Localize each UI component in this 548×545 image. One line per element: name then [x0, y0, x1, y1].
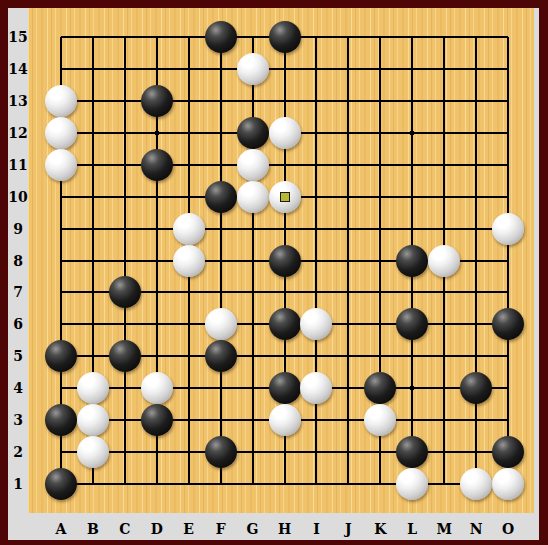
row-label-2: 2	[8, 442, 28, 462]
black-stone-H8	[269, 245, 301, 277]
black-stone-H6	[269, 308, 301, 340]
row-label-13: 13	[8, 91, 28, 111]
row-label-11: 11	[8, 155, 28, 175]
black-stone-O2	[492, 436, 524, 468]
row-label-3: 3	[8, 410, 28, 430]
column-label-L: L	[402, 519, 422, 539]
row-label-4: 4	[8, 378, 28, 398]
last-move-marker	[280, 192, 290, 202]
black-stone-H4	[269, 372, 301, 404]
black-stone-C5	[109, 340, 141, 372]
black-stone-D11	[141, 149, 173, 181]
column-label-N: N	[466, 519, 486, 539]
white-stone-B4	[77, 372, 109, 404]
star-point-L12	[410, 131, 414, 135]
white-stone-G11	[237, 149, 269, 181]
white-stone-O9	[492, 213, 524, 245]
column-label-D: D	[147, 519, 167, 539]
white-stone-D4	[141, 372, 173, 404]
white-stone-M8	[428, 245, 460, 277]
black-stone-F15	[205, 21, 237, 53]
row-label-7: 7	[8, 282, 28, 302]
row-label-12: 12	[8, 123, 28, 143]
column-label-J: J	[338, 519, 358, 539]
go-board[interactable]	[28, 8, 534, 513]
white-stone-A13	[45, 85, 77, 117]
column-label-K: K	[370, 519, 390, 539]
black-stone-H15	[269, 21, 301, 53]
white-stone-E9	[173, 213, 205, 245]
row-label-1: 1	[8, 474, 28, 494]
white-stone-B2	[77, 436, 109, 468]
black-stone-G12	[237, 117, 269, 149]
white-stone-G10	[237, 181, 269, 213]
column-label-A: A	[51, 519, 71, 539]
black-stone-A3	[45, 404, 77, 436]
column-label-E: E	[179, 519, 199, 539]
white-stone-A11	[45, 149, 77, 181]
column-label-M: M	[434, 519, 454, 539]
column-label-I: I	[306, 519, 326, 539]
row-label-8: 8	[8, 251, 28, 271]
column-label-H: H	[275, 519, 295, 539]
row-label-15: 15	[8, 27, 28, 47]
coordinate-gutter: 151413121110987654321 ABCDEFGHIJKLMNO	[8, 8, 539, 540]
black-stone-D13	[141, 85, 173, 117]
column-label-O: O	[498, 519, 518, 539]
white-stone-H12	[269, 117, 301, 149]
column-label-C: C	[115, 519, 135, 539]
white-stone-F6	[205, 308, 237, 340]
star-point-D12	[155, 131, 159, 135]
star-point-L4	[410, 386, 414, 390]
row-label-6: 6	[8, 314, 28, 334]
black-stone-D3	[141, 404, 173, 436]
black-stone-F5	[205, 340, 237, 372]
row-label-9: 9	[8, 219, 28, 239]
white-stone-H10	[269, 181, 301, 213]
black-stone-F10	[205, 181, 237, 213]
white-stone-O1	[492, 468, 524, 500]
black-stone-A1	[45, 468, 77, 500]
white-stone-L1	[396, 468, 428, 500]
white-stone-A12	[45, 117, 77, 149]
black-stone-L8	[396, 245, 428, 277]
row-label-5: 5	[8, 346, 28, 366]
row-label-10: 10	[8, 187, 28, 207]
board-frame: 151413121110987654321 ABCDEFGHIJKLMNO	[0, 0, 548, 545]
white-stone-E8	[173, 245, 205, 277]
column-label-B: B	[83, 519, 103, 539]
white-stone-G14	[237, 53, 269, 85]
column-label-F: F	[211, 519, 231, 539]
white-stone-N1	[460, 468, 492, 500]
black-stone-F2	[205, 436, 237, 468]
column-label-G: G	[243, 519, 263, 539]
white-stone-H3	[269, 404, 301, 436]
white-stone-B3	[77, 404, 109, 436]
row-label-14: 14	[8, 59, 28, 79]
